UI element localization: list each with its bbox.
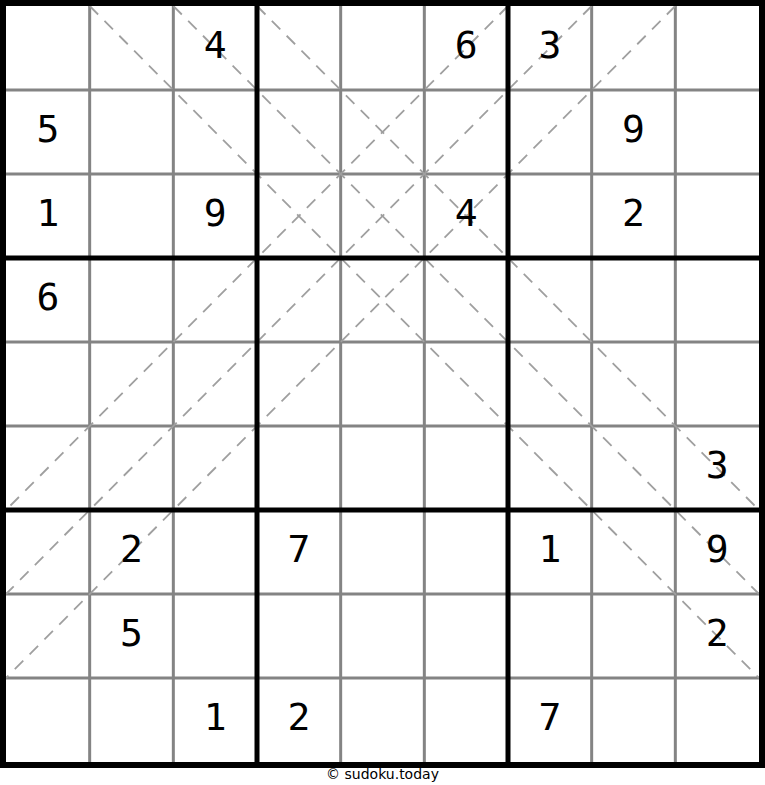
cell-r1c4[interactable] xyxy=(257,6,341,90)
cell-r7c7[interactable]: 1 xyxy=(508,510,592,594)
cell-r2c3[interactable] xyxy=(173,90,257,174)
cell-r1c7[interactable]: 3 xyxy=(508,6,592,90)
cell-r3c1[interactable]: 1 xyxy=(6,174,90,258)
cell-r1c9[interactable] xyxy=(675,6,759,90)
cell-r1c8[interactable] xyxy=(592,6,676,90)
cell-r2c4[interactable] xyxy=(257,90,341,174)
cell-r6c3[interactable] xyxy=(173,426,257,510)
cell-r6c7[interactable] xyxy=(508,426,592,510)
cell-r1c5[interactable] xyxy=(341,6,425,90)
cell-r8c2[interactable]: 5 xyxy=(90,594,174,678)
cell-r3c3[interactable]: 9 xyxy=(173,174,257,258)
cell-r2c5[interactable] xyxy=(341,90,425,174)
cell-r9c1[interactable] xyxy=(6,678,90,762)
sudoku-board: 46359194263271952127 xyxy=(0,0,765,768)
cell-r5c2[interactable] xyxy=(90,342,174,426)
cell-r4c7[interactable] xyxy=(508,258,592,342)
cell-r3c9[interactable] xyxy=(675,174,759,258)
cell-r3c2[interactable] xyxy=(90,174,174,258)
cell-r3c4[interactable] xyxy=(257,174,341,258)
cell-r7c3[interactable] xyxy=(173,510,257,594)
cell-r1c1[interactable] xyxy=(6,6,90,90)
cell-r7c2[interactable]: 2 xyxy=(90,510,174,594)
cell-r4c5[interactable] xyxy=(341,258,425,342)
cell-r5c8[interactable] xyxy=(592,342,676,426)
cell-r5c6[interactable] xyxy=(424,342,508,426)
cell-r2c8[interactable]: 9 xyxy=(592,90,676,174)
cell-r8c1[interactable] xyxy=(6,594,90,678)
cell-r9c5[interactable] xyxy=(341,678,425,762)
cell-r7c5[interactable] xyxy=(341,510,425,594)
cell-r1c2[interactable] xyxy=(90,6,174,90)
cell-r3c5[interactable] xyxy=(341,174,425,258)
cell-r7c9[interactable]: 9 xyxy=(675,510,759,594)
cell-r4c4[interactable] xyxy=(257,258,341,342)
cell-r3c7[interactable] xyxy=(508,174,592,258)
cell-r8c6[interactable] xyxy=(424,594,508,678)
cell-r2c1[interactable]: 5 xyxy=(6,90,90,174)
cell-r2c2[interactable] xyxy=(90,90,174,174)
cell-r5c7[interactable] xyxy=(508,342,592,426)
cell-r4c2[interactable] xyxy=(90,258,174,342)
cell-r7c6[interactable] xyxy=(424,510,508,594)
cell-r7c4[interactable]: 7 xyxy=(257,510,341,594)
cell-r9c2[interactable] xyxy=(90,678,174,762)
cell-r6c8[interactable] xyxy=(592,426,676,510)
cell-r6c2[interactable] xyxy=(90,426,174,510)
sudoku-cell-grid: 46359194263271952127 xyxy=(6,6,759,762)
copyright-text: © sudoku.today xyxy=(0,766,765,785)
cell-r4c3[interactable] xyxy=(173,258,257,342)
cell-r7c8[interactable] xyxy=(592,510,676,594)
cell-r4c6[interactable] xyxy=(424,258,508,342)
cell-r4c8[interactable] xyxy=(592,258,676,342)
cell-r9c9[interactable] xyxy=(675,678,759,762)
cell-r5c3[interactable] xyxy=(173,342,257,426)
cell-r3c8[interactable]: 2 xyxy=(592,174,676,258)
cell-r8c5[interactable] xyxy=(341,594,425,678)
cell-r5c1[interactable] xyxy=(6,342,90,426)
cell-r2c9[interactable] xyxy=(675,90,759,174)
cell-r1c3[interactable]: 4 xyxy=(173,6,257,90)
cell-r9c8[interactable] xyxy=(592,678,676,762)
cell-r8c8[interactable] xyxy=(592,594,676,678)
cell-r4c1[interactable]: 6 xyxy=(6,258,90,342)
cell-r8c4[interactable] xyxy=(257,594,341,678)
cell-r7c1[interactable] xyxy=(6,510,90,594)
cell-r2c7[interactable] xyxy=(508,90,592,174)
cell-r8c3[interactable] xyxy=(173,594,257,678)
cell-r9c7[interactable]: 7 xyxy=(508,678,592,762)
cell-r3c6[interactable]: 4 xyxy=(424,174,508,258)
cell-r6c9[interactable]: 3 xyxy=(675,426,759,510)
cell-r5c5[interactable] xyxy=(341,342,425,426)
cell-r6c1[interactable] xyxy=(6,426,90,510)
cell-r8c9[interactable]: 2 xyxy=(675,594,759,678)
cell-r9c4[interactable]: 2 xyxy=(257,678,341,762)
cell-r2c6[interactable] xyxy=(424,90,508,174)
cell-r8c7[interactable] xyxy=(508,594,592,678)
cell-r1c6[interactable]: 6 xyxy=(424,6,508,90)
cell-r9c3[interactable]: 1 xyxy=(173,678,257,762)
cell-r9c6[interactable] xyxy=(424,678,508,762)
cell-r6c6[interactable] xyxy=(424,426,508,510)
cell-r6c5[interactable] xyxy=(341,426,425,510)
cell-r6c4[interactable] xyxy=(257,426,341,510)
cell-r5c9[interactable] xyxy=(675,342,759,426)
cell-r4c9[interactable] xyxy=(675,258,759,342)
cell-r5c4[interactable] xyxy=(257,342,341,426)
